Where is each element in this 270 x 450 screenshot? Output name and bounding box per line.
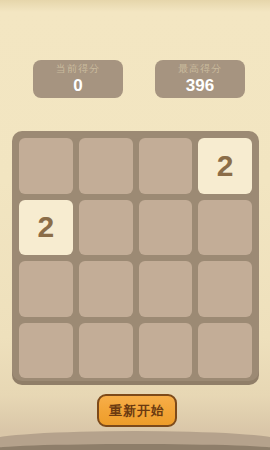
board-cell (139, 138, 193, 194)
board-cell (79, 200, 133, 256)
board-cell (19, 261, 73, 317)
board-cell (79, 138, 133, 194)
best-score-label: 最高得分 (178, 63, 222, 75)
best-score-value: 396 (186, 76, 214, 95)
tile-2: 2 (198, 138, 252, 194)
game-board[interactable]: 22 (12, 131, 259, 385)
app-screen: 当前得分 0 最高得分 396 22 重新开始 (0, 0, 270, 450)
board-cell (198, 200, 252, 256)
board-cell (198, 323, 252, 379)
current-score-label: 当前得分 (56, 63, 100, 75)
board-cell (79, 323, 133, 379)
current-score-value: 0 (73, 76, 82, 95)
board-cell (139, 323, 193, 379)
current-score-box: 当前得分 0 (33, 60, 123, 98)
board-cell (19, 323, 73, 379)
board-cell (198, 261, 252, 317)
board-cell (139, 200, 193, 256)
board-cell (139, 261, 193, 317)
tile-2: 2 (19, 200, 73, 256)
board-cell (19, 138, 73, 194)
restart-button[interactable]: 重新开始 (97, 394, 177, 427)
best-score-box: 最高得分 396 (155, 60, 245, 98)
background-hill-lower (0, 444, 270, 450)
board-cell (79, 261, 133, 317)
